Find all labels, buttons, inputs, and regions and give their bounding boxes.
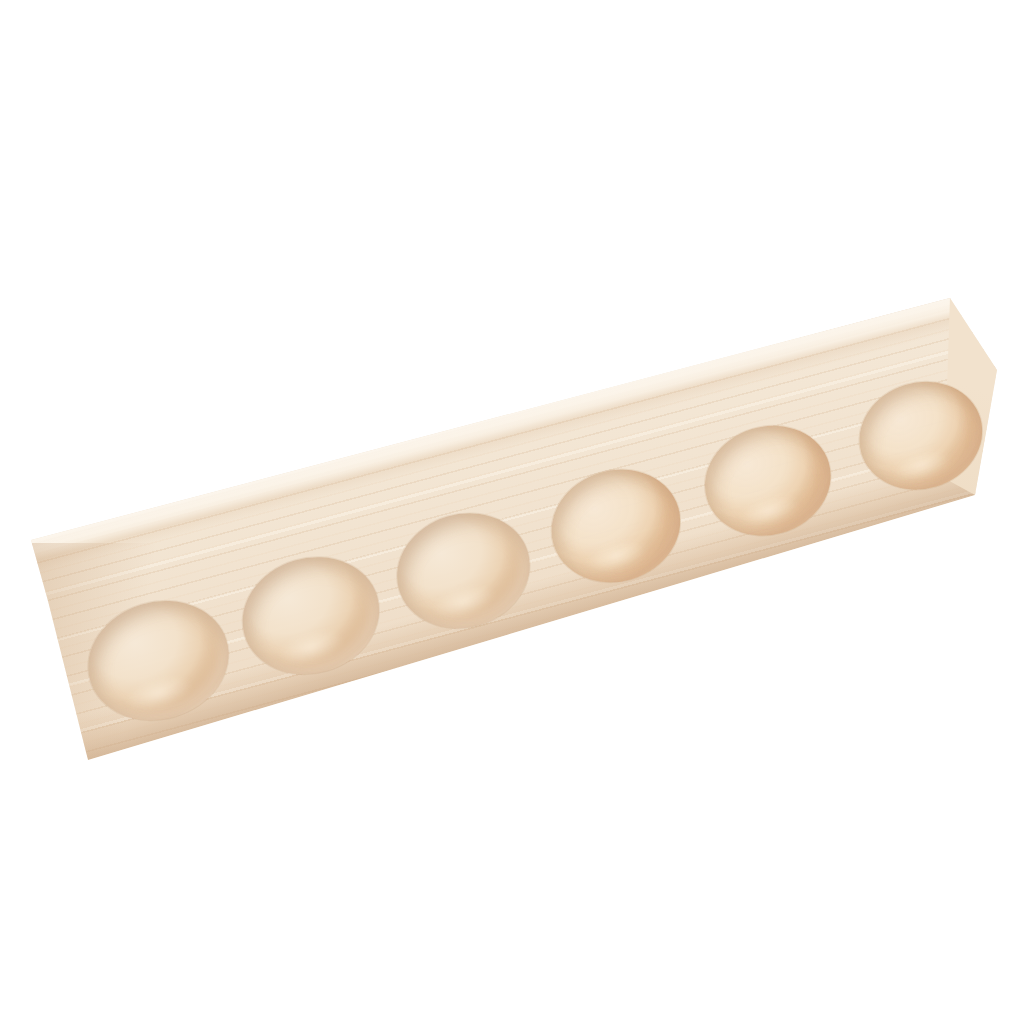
pit-3[interactable] [383,497,543,643]
pit-1[interactable] [73,584,242,736]
pit-5[interactable] [692,411,844,550]
pit-2[interactable] [228,541,393,690]
product-photo-scene [0,0,1024,1024]
pit-6[interactable] [846,367,995,504]
pit-4[interactable] [537,454,693,597]
